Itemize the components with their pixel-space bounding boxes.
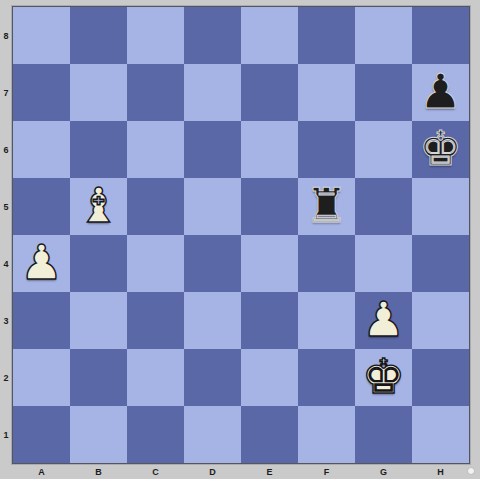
square-b1[interactable]	[70, 406, 127, 463]
file-label-a: A	[13, 464, 70, 479]
square-e8[interactable]	[241, 7, 298, 64]
square-c1[interactable]	[127, 406, 184, 463]
square-f1[interactable]	[298, 406, 355, 463]
square-d1[interactable]	[184, 406, 241, 463]
square-e3[interactable]	[241, 292, 298, 349]
square-a4[interactable]: ♟	[13, 235, 70, 292]
square-e4[interactable]	[241, 235, 298, 292]
file-label-h: H	[412, 464, 469, 479]
square-b3[interactable]	[70, 292, 127, 349]
square-f8[interactable]	[298, 7, 355, 64]
rank-label-5: 5	[0, 178, 12, 235]
rank-label-7: 7	[0, 64, 12, 121]
square-a6[interactable]	[13, 121, 70, 178]
square-g2[interactable]: ♚	[355, 349, 412, 406]
file-label-e: E	[241, 464, 298, 479]
rank-label-4: 4	[0, 235, 12, 292]
file-label-f: F	[298, 464, 355, 479]
rank-label-6: 6	[0, 121, 12, 178]
file-labels: ABCDEFGH	[13, 464, 469, 479]
square-h7[interactable]: ♟	[412, 64, 469, 121]
square-f4[interactable]	[298, 235, 355, 292]
rank-label-1: 1	[0, 406, 12, 463]
square-g8[interactable]	[355, 7, 412, 64]
square-h3[interactable]	[412, 292, 469, 349]
square-c5[interactable]	[127, 178, 184, 235]
square-g3[interactable]: ♟	[355, 292, 412, 349]
square-c8[interactable]	[127, 7, 184, 64]
square-f5[interactable]: ♜	[298, 178, 355, 235]
square-e2[interactable]	[241, 349, 298, 406]
black-king[interactable]: ♚	[419, 124, 462, 172]
white-bishop[interactable]: ♝	[77, 181, 120, 229]
square-f3[interactable]	[298, 292, 355, 349]
square-g7[interactable]	[355, 64, 412, 121]
rank-label-3: 3	[0, 292, 12, 349]
square-g4[interactable]	[355, 235, 412, 292]
square-e7[interactable]	[241, 64, 298, 121]
square-a7[interactable]	[13, 64, 70, 121]
square-g5[interactable]	[355, 178, 412, 235]
square-d4[interactable]	[184, 235, 241, 292]
square-g1[interactable]	[355, 406, 412, 463]
square-b6[interactable]	[70, 121, 127, 178]
square-d6[interactable]	[184, 121, 241, 178]
rank-label-2: 2	[0, 349, 12, 406]
square-f2[interactable]	[298, 349, 355, 406]
square-d5[interactable]	[184, 178, 241, 235]
file-label-g: G	[355, 464, 412, 479]
square-h5[interactable]	[412, 178, 469, 235]
square-f6[interactable]	[298, 121, 355, 178]
black-pawn[interactable]: ♟	[419, 67, 462, 115]
square-e1[interactable]	[241, 406, 298, 463]
square-c6[interactable]	[127, 121, 184, 178]
white-pawn[interactable]: ♟	[362, 295, 405, 343]
square-b7[interactable]	[70, 64, 127, 121]
square-d7[interactable]	[184, 64, 241, 121]
square-h6[interactable]: ♚	[412, 121, 469, 178]
square-h1[interactable]	[412, 406, 469, 463]
square-h2[interactable]	[412, 349, 469, 406]
square-f7[interactable]	[298, 64, 355, 121]
square-a8[interactable]	[13, 7, 70, 64]
square-a1[interactable]	[13, 406, 70, 463]
square-b5[interactable]: ♝	[70, 178, 127, 235]
square-e6[interactable]	[241, 121, 298, 178]
rank-label-8: 8	[0, 7, 12, 64]
square-c4[interactable]	[127, 235, 184, 292]
rank-labels: 87654321	[0, 7, 12, 463]
square-b2[interactable]	[70, 349, 127, 406]
square-d2[interactable]	[184, 349, 241, 406]
square-h8[interactable]	[412, 7, 469, 64]
square-b4[interactable]	[70, 235, 127, 292]
square-b8[interactable]	[70, 7, 127, 64]
square-d3[interactable]	[184, 292, 241, 349]
square-a5[interactable]	[13, 178, 70, 235]
white-king[interactable]: ♚	[362, 352, 405, 400]
square-a2[interactable]	[13, 349, 70, 406]
square-g6[interactable]	[355, 121, 412, 178]
file-label-d: D	[184, 464, 241, 479]
square-c3[interactable]	[127, 292, 184, 349]
square-d8[interactable]	[184, 7, 241, 64]
square-a3[interactable]	[13, 292, 70, 349]
white-pawn[interactable]: ♟	[20, 238, 63, 286]
file-label-b: B	[70, 464, 127, 479]
square-c7[interactable]	[127, 64, 184, 121]
square-e5[interactable]	[241, 178, 298, 235]
chess-app-window: 87654321 ♟♚♝♜♟♟♚ ABCDEFGH	[0, 0, 480, 479]
corner-dot	[468, 468, 474, 474]
chess-board[interactable]: ♟♚♝♜♟♟♚	[12, 6, 470, 464]
black-rook[interactable]: ♜	[305, 181, 348, 229]
file-label-c: C	[127, 464, 184, 479]
square-c2[interactable]	[127, 349, 184, 406]
square-h4[interactable]	[412, 235, 469, 292]
